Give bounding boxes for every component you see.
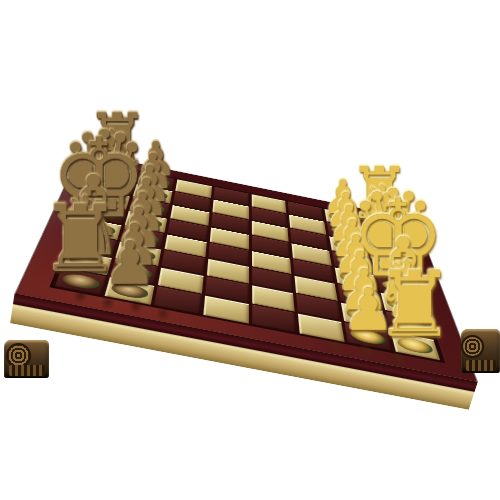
product-photo-scene: ♜♟♟♜♞♟♟♞♝♟♟♝♛♟♟♛♚♟♟♚♝♟♟♝♞♟♟♞♜♟♟♜: [0, 0, 500, 500]
board-leg-front-left: [4, 340, 49, 378]
square-h4[interactable]: [252, 305, 297, 333]
square-h2[interactable]: ♟: [345, 323, 393, 351]
chessboard: ♜♟♟♜♞♟♟♞♝♟♟♝♛♟♟♛♚♟♟♚♝♟♟♝♞♟♟♞♜♟♟♜: [16, 152, 477, 382]
square-h8[interactable]: ♜: [55, 268, 107, 295]
square-h5[interactable]: [203, 296, 248, 324]
board-leg-front-right: [461, 329, 500, 373]
